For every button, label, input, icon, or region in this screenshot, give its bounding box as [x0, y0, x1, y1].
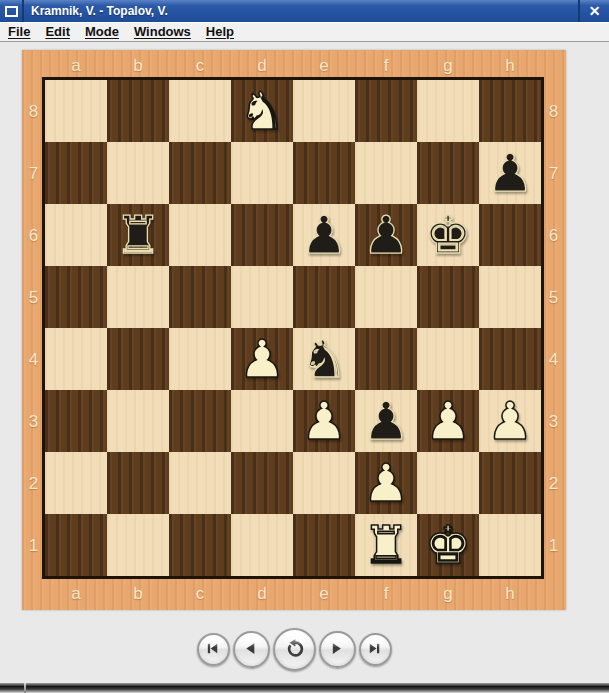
square-a8[interactable] — [45, 80, 107, 142]
square-c2[interactable] — [169, 452, 231, 514]
go-to-end-button[interactable] — [359, 633, 392, 666]
square-f1[interactable]: ♜ — [355, 514, 417, 576]
square-g6[interactable]: ♚ — [417, 204, 479, 266]
square-f4[interactable] — [355, 328, 417, 390]
square-h4[interactable] — [479, 328, 541, 390]
coordinate-label: 2 — [22, 452, 45, 514]
square-e5[interactable] — [293, 266, 355, 328]
rank-labels-left: 87654321 — [22, 80, 45, 576]
square-e2[interactable] — [293, 452, 355, 514]
square-f8[interactable] — [355, 80, 417, 142]
menu-bar: File Edit Mode Windows Help — [0, 22, 609, 42]
previous-icon — [242, 640, 259, 657]
square-c8[interactable] — [169, 80, 231, 142]
square-h6[interactable] — [479, 204, 541, 266]
coordinate-label: e — [293, 50, 355, 80]
file-labels-bottom: abcdefgh — [45, 576, 541, 610]
square-b4[interactable] — [107, 328, 169, 390]
square-d8[interactable]: ♞ — [231, 80, 293, 142]
coordinate-label: g — [417, 576, 479, 610]
coordinate-label: 5 — [541, 266, 566, 328]
square-d5[interactable] — [231, 266, 293, 328]
coordinate-label: 4 — [22, 328, 45, 390]
chess-board-frame: abcdefgh 87654321 87654321 abcdefgh ♞♟♜♟… — [22, 50, 566, 610]
coordinate-label: 8 — [541, 80, 566, 142]
square-b2[interactable] — [107, 452, 169, 514]
square-a4[interactable] — [45, 328, 107, 390]
coordinate-label: f — [355, 576, 417, 610]
square-d1[interactable] — [231, 514, 293, 576]
black-pawn[interactable]: ♟ — [487, 142, 534, 204]
square-b7[interactable] — [107, 142, 169, 204]
undo-arrow-icon — [284, 639, 304, 659]
square-c5[interactable] — [169, 266, 231, 328]
chess-board: ♞♟♜♟♟♚♟♞♟♟♟♟♟♜♚ — [45, 80, 541, 576]
square-b8[interactable] — [107, 80, 169, 142]
square-b5[interactable] — [107, 266, 169, 328]
square-d7[interactable] — [231, 142, 293, 204]
coordinate-label: c — [169, 576, 231, 610]
next-icon — [328, 640, 345, 657]
square-f2[interactable]: ♟ — [355, 452, 417, 514]
next-move-button[interactable] — [319, 631, 356, 668]
square-a5[interactable] — [45, 266, 107, 328]
square-c4[interactable] — [169, 328, 231, 390]
square-e3[interactable]: ♟ — [293, 390, 355, 452]
white-pawn[interactable]: ♟ — [239, 328, 286, 390]
square-a2[interactable] — [45, 452, 107, 514]
square-h7[interactable]: ♟ — [479, 142, 541, 204]
menu-help[interactable]: Help — [206, 23, 234, 41]
white-king[interactable]: ♚ — [425, 514, 472, 576]
square-e6[interactable]: ♟ — [293, 204, 355, 266]
coordinate-label: d — [231, 576, 293, 610]
square-f6[interactable]: ♟ — [355, 204, 417, 266]
coordinate-label: 6 — [541, 204, 566, 266]
status-bar — [0, 683, 609, 693]
black-pawn[interactable]: ♟ — [363, 204, 410, 266]
coordinate-label: a — [45, 50, 107, 80]
square-a6[interactable] — [45, 204, 107, 266]
rank-labels-right: 87654321 — [541, 80, 566, 576]
coordinate-label: 8 — [22, 80, 45, 142]
skip-to-end-icon — [367, 641, 382, 656]
square-h5[interactable] — [479, 266, 541, 328]
square-g3[interactable]: ♟ — [417, 390, 479, 452]
coordinate-label: 2 — [541, 452, 566, 514]
square-c1[interactable] — [169, 514, 231, 576]
black-rook[interactable]: ♜ — [115, 204, 162, 266]
coordinate-label: a — [45, 576, 107, 610]
square-b6[interactable]: ♜ — [107, 204, 169, 266]
skip-to-start-icon — [205, 641, 220, 656]
window-menu-button[interactable] — [0, 0, 24, 22]
takeback-button[interactable] — [273, 628, 316, 671]
square-g8[interactable] — [417, 80, 479, 142]
square-g5[interactable] — [417, 266, 479, 328]
coordinate-label: b — [107, 576, 169, 610]
coordinate-label: 7 — [541, 142, 566, 204]
square-d2[interactable] — [231, 452, 293, 514]
coordinate-label: h — [479, 50, 541, 80]
previous-move-button[interactable] — [233, 631, 270, 668]
file-labels-top: abcdefgh — [45, 50, 541, 80]
square-d6[interactable] — [231, 204, 293, 266]
white-knight[interactable]: ♞ — [239, 80, 286, 142]
square-c7[interactable] — [169, 142, 231, 204]
coordinate-label: b — [107, 50, 169, 80]
square-b1[interactable] — [107, 514, 169, 576]
square-e8[interactable] — [293, 80, 355, 142]
black-pawn[interactable]: ♟ — [363, 390, 410, 452]
menu-edit[interactable]: Edit — [45, 23, 70, 41]
coordinate-label: 4 — [541, 328, 566, 390]
move-navigation — [22, 626, 566, 672]
white-rook[interactable]: ♜ — [363, 514, 410, 576]
square-h2[interactable] — [479, 452, 541, 514]
white-pawn[interactable]: ♟ — [425, 390, 472, 452]
square-e1[interactable] — [293, 514, 355, 576]
coordinate-label: e — [293, 576, 355, 610]
white-pawn[interactable]: ♟ — [301, 390, 348, 452]
square-d4[interactable]: ♟ — [231, 328, 293, 390]
square-f7[interactable] — [355, 142, 417, 204]
coordinate-label: h — [479, 576, 541, 610]
coordinate-label: g — [417, 50, 479, 80]
black-king[interactable]: ♚ — [425, 204, 472, 266]
coordinate-label: 3 — [541, 390, 566, 452]
white-pawn[interactable]: ♟ — [363, 452, 410, 514]
black-pawn[interactable]: ♟ — [301, 204, 348, 266]
square-a3[interactable] — [45, 390, 107, 452]
menu-mode[interactable]: Mode — [85, 23, 119, 41]
square-e4[interactable]: ♞ — [293, 328, 355, 390]
square-a1[interactable] — [45, 514, 107, 576]
square-a7[interactable] — [45, 142, 107, 204]
square-f3[interactable]: ♟ — [355, 390, 417, 452]
title-bar: Kramnik, V. - Topalov, V. ✕ — [0, 0, 609, 22]
window-icon — [5, 6, 18, 17]
menu-file[interactable]: File — [8, 23, 30, 41]
square-g7[interactable] — [417, 142, 479, 204]
square-e7[interactable] — [293, 142, 355, 204]
window-title: Kramnik, V. - Topalov, V. — [24, 0, 578, 22]
go-to-start-button[interactable] — [197, 633, 230, 666]
black-knight[interactable]: ♞ — [301, 328, 348, 390]
square-c3[interactable] — [169, 390, 231, 452]
square-h1[interactable] — [479, 514, 541, 576]
square-g1[interactable]: ♚ — [417, 514, 479, 576]
coordinate-label: f — [355, 50, 417, 80]
square-f5[interactable] — [355, 266, 417, 328]
coordinate-label: 6 — [22, 204, 45, 266]
status-bar-divider — [24, 683, 26, 693]
white-pawn[interactable]: ♟ — [487, 390, 534, 452]
menu-windows[interactable]: Windows — [134, 23, 191, 41]
coordinate-label: c — [169, 50, 231, 80]
square-g2[interactable] — [417, 452, 479, 514]
close-button[interactable]: ✕ — [578, 0, 609, 22]
square-d3[interactable] — [231, 390, 293, 452]
square-c6[interactable] — [169, 204, 231, 266]
coordinate-label: 1 — [22, 514, 45, 576]
coordinate-label: 3 — [22, 390, 45, 452]
square-h3[interactable]: ♟ — [479, 390, 541, 452]
coordinate-label: 7 — [22, 142, 45, 204]
coordinate-label: d — [231, 50, 293, 80]
coordinate-label: 5 — [22, 266, 45, 328]
square-g4[interactable] — [417, 328, 479, 390]
square-b3[interactable] — [107, 390, 169, 452]
coordinate-label: 1 — [541, 514, 566, 576]
square-h8[interactable] — [479, 80, 541, 142]
